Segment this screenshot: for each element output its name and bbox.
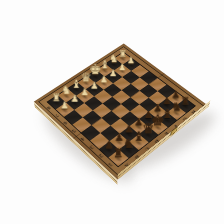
piece-glyph: ♟ — [90, 80, 98, 89]
piece-glyph: ♜ — [118, 49, 127, 59]
piece-glyph: ♟ — [171, 89, 179, 98]
chess-board: 87654321 HGFEDCBA ♜♟♟♜♞♟♟♞♝♟♟♝♚♟♟♚♛♟♟♛♝♟… — [34, 44, 209, 180]
piece-glyph: ♟ — [81, 87, 89, 96]
piece-glyph: ♞ — [123, 137, 134, 149]
piece-glyph: ♟ — [127, 56, 135, 65]
piece-glyph: ♟ — [60, 100, 69, 110]
product-photo-scene: 87654321 HGFEDCBA ♜♟♟♜♞♟♟♞♝♟♟♝♚♟♟♚♛♟♟♛♝♟… — [0, 0, 224, 224]
piece-glyph: ♝ — [133, 129, 144, 142]
piece-glyph: ♜ — [181, 95, 190, 106]
piece-glyph: ♟ — [71, 93, 80, 102]
piece-glyph: ♟ — [100, 74, 108, 83]
piece-glyph: ♟ — [163, 96, 172, 106]
piece-glyph: ♟ — [109, 68, 117, 77]
piece-glyph: ♟ — [104, 139, 113, 149]
piece-glyph: ♟ — [118, 62, 126, 71]
pieces-layer: ♜♟♟♜♞♟♟♞♝♟♟♝♚♟♟♚♛♟♟♛♝♟♟♝♞♟♟♞♜♟♟♜ — [34, 44, 209, 180]
piece-glyph: ♜ — [113, 146, 123, 157]
